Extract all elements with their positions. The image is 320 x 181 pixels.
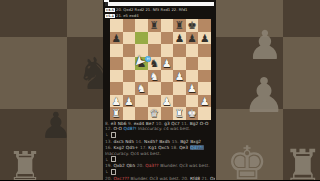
collapsed-variation-icon[interactable]: [111, 132, 117, 138]
shorts-video-frame: ♞♟♜♟♟♚♜ +4.5 20. Qxd2 Rxd2 21. Nf3 Rxd1 …: [0, 0, 320, 180]
board-square-h1[interactable]: [198, 107, 211, 120]
move-list-line: └: [105, 132, 215, 139]
board-square-b2[interactable]: ♟: [123, 95, 136, 108]
chess-piece-wp-e5[interactable]: ♟: [161, 57, 174, 70]
board-square-b5[interactable]: [123, 57, 136, 70]
board-square-f3[interactable]: [173, 82, 186, 95]
board-square-c1[interactable]: [135, 107, 148, 120]
move-token[interactable]: Nxd5?: [144, 139, 158, 144]
move-number: 20.: [137, 163, 144, 168]
board-square-d1[interactable]: ♛: [148, 107, 161, 120]
board-square-e3[interactable]: [161, 82, 174, 95]
chess-piece-wr-a1[interactable]: ♜: [110, 107, 123, 120]
move-token[interactable]: Nd5: [125, 139, 134, 144]
move-token[interactable]: Rfd8: [190, 176, 200, 180]
annotation-comment: Inaccuracy. c4 was best.: [138, 126, 190, 131]
annotation-comment: Blunder. Qc3 was best.: [131, 176, 180, 180]
board-square-g5[interactable]: [186, 57, 199, 70]
move-token[interactable]: Qxc7??: [113, 176, 129, 180]
chess-piece-wr-f1[interactable]: ♜: [173, 107, 186, 120]
evaluation-bar-black-share: [105, 2, 108, 6]
move-token[interactable]: Be7: [146, 121, 154, 126]
board-square-c5[interactable]: ♟: [135, 57, 148, 70]
move-token[interactable]: e3: [111, 121, 116, 126]
board-square-e6[interactable]: [161, 44, 174, 57]
chess-piece-bp-a7[interactable]: ♟: [110, 32, 123, 45]
board-square-h4[interactable]: [198, 70, 211, 83]
board-square-b6[interactable]: [123, 44, 136, 57]
move-number: 10.: [156, 121, 163, 126]
move-number: 11.: [181, 121, 188, 126]
move-list: 8.e3Nb69.exd4Be710.g3Qc711.Bg2O-O12.O-OQ…: [105, 121, 215, 181]
move-number: 14.: [136, 139, 143, 144]
chess-piece-wp-b2[interactable]: ♟: [123, 95, 136, 108]
collapsed-variation-icon[interactable]: [111, 156, 117, 162]
chess-piece-wk-g1[interactable]: ♚: [186, 107, 199, 120]
board-square-e5[interactable]: ♟: [161, 57, 174, 70]
board-square-e7[interactable]: [161, 32, 174, 45]
board-square-h7[interactable]: ♟: [198, 32, 211, 45]
move-token[interactable]: O-O: [113, 126, 122, 131]
board-square-h8[interactable]: [198, 19, 211, 32]
board-square-c6[interactable]: [135, 44, 148, 57]
board-square-h5[interactable]: [198, 57, 211, 70]
move-list-line: 16.Kxg2Qd5+17.Kg1Qxc518.Qe3Qd7?!: [105, 145, 215, 151]
board-square-d3[interactable]: [148, 82, 161, 95]
board-square-f2[interactable]: [173, 95, 186, 108]
move-number: 12.: [105, 126, 112, 131]
engine-eval-badge: +5.1: [105, 14, 115, 18]
chess-piece-wn-d4[interactable]: ♞: [148, 70, 161, 83]
board-square-h6[interactable]: [198, 44, 211, 57]
move-number: 9.: [128, 121, 132, 126]
board-square-a2[interactable]: ♟: [110, 95, 123, 108]
move-token[interactable]: Qd8?!: [124, 126, 137, 131]
chess-piece-br-f8[interactable]: ♜: [173, 19, 186, 32]
engine-eval-badge: +4.5: [105, 8, 115, 12]
move-list-line: └: [105, 169, 215, 176]
board-square-e8[interactable]: [161, 19, 174, 32]
move-token[interactable]: Bg2: [190, 121, 198, 126]
chess-piece-bp-g7[interactable]: ♟: [186, 32, 199, 45]
board-square-g7[interactable]: ♟: [186, 32, 199, 45]
chess-piece-bp-f7[interactable]: ♟: [173, 32, 186, 45]
move-number: 13.: [105, 139, 112, 144]
board-square-d8[interactable]: ♜: [148, 19, 161, 32]
collapsed-variation-icon[interactable]: [111, 169, 117, 175]
board-square-c8[interactable]: [135, 19, 148, 32]
board-square-g6[interactable]: [186, 44, 199, 57]
analysis-panel: +4.5 20. Qxd2 Rxd2 21. Nf3 Rxd1 22. Rfd1…: [103, 0, 216, 180]
engine-line-moves[interactable]: 20. Qxd2 Rxd2 21. Nf3 Rxd1 22. Rfd1: [116, 7, 187, 12]
board-square-f8[interactable]: ♜: [173, 19, 186, 32]
chess-piece-wp-a2[interactable]: ♟: [110, 95, 123, 108]
board-square-e2[interactable]: ♟: [161, 95, 174, 108]
move-token[interactable]: Bxg2: [190, 139, 201, 144]
move-number: 17.: [140, 145, 147, 150]
move-token[interactable]: Qxb5: [210, 176, 215, 180]
move-token[interactable]: Kg1: [148, 145, 156, 150]
move-token[interactable]: Bg2: [180, 139, 188, 144]
chess-piece-wp-g3[interactable]: ♟: [186, 82, 199, 95]
move-token[interactable]: Qxb2: [113, 163, 124, 168]
board-square-a3[interactable]: [110, 82, 123, 95]
chess-piece-bp-h7[interactable]: ♟: [198, 32, 211, 45]
engine-line-moves[interactable]: 21. e5 exd4: [116, 13, 139, 18]
board-square-c2[interactable]: [135, 95, 148, 108]
move-list-line: 20.Qxc7??Blunder. Qc3 was best.20.Rfd821…: [105, 176, 215, 180]
move-token[interactable]: Nb6: [118, 121, 127, 126]
board-square-f1[interactable]: ♜: [173, 107, 186, 120]
board-square-a6[interactable]: [110, 44, 123, 57]
move-number: 18.: [171, 145, 178, 150]
board-square-c7[interactable]: [135, 32, 148, 45]
move-token[interactable]: Qd7?!: [190, 145, 204, 150]
board-square-e4[interactable]: [161, 70, 174, 83]
move-token[interactable]: Qc7: [171, 121, 179, 126]
board-square-e1[interactable]: [161, 107, 174, 120]
move-token[interactable]: Qa3??: [145, 163, 158, 168]
board-square-g8[interactable]: ♚: [186, 19, 199, 32]
move-number: 19.: [105, 163, 112, 168]
board-square-c4[interactable]: [135, 70, 148, 83]
move-token[interactable]: dxc5: [113, 139, 123, 144]
board-square-f7[interactable]: ♟: [173, 32, 186, 45]
engine-line-2[interactable]: +5.1 21. e5 exd4: [105, 13, 214, 19]
board-square-g1[interactable]: ♚: [186, 107, 199, 120]
move-token[interactable]: Kxg2: [113, 145, 124, 150]
move-list-line: └: [105, 156, 215, 163]
board-square-h2[interactable]: ♟: [198, 95, 211, 108]
board-square-a4[interactable]: [110, 70, 123, 83]
board-square-b8[interactable]: [123, 19, 136, 32]
move-token[interactable]: exd4: [134, 121, 145, 126]
chess-board[interactable]: ♜♜♚♟♟♟♟♟♞♟♞♟♞♟♟♟♟♟♜♛♜♚: [110, 19, 211, 120]
board-square-f4[interactable]: ♟: [173, 70, 186, 83]
chess-piece-wp-f4[interactable]: ♟: [173, 70, 186, 83]
board-square-b1[interactable]: [123, 107, 136, 120]
board-square-a1[interactable]: ♜: [110, 107, 123, 120]
board-square-a7[interactable]: ♟: [110, 32, 123, 45]
move-number: └: [105, 170, 108, 175]
move-token[interactable]: g3: [164, 121, 169, 126]
evaluation-bar: [105, 2, 214, 6]
chess-piece-br-d8[interactable]: ♜: [148, 19, 161, 32]
board-square-a5[interactable]: [110, 57, 123, 70]
annotation-comment: Blunder. Qc3 was best.: [160, 163, 209, 168]
move-token[interactable]: Bxd5: [159, 139, 170, 144]
board-square-b7[interactable]: [123, 32, 136, 45]
board-square-b3[interactable]: [123, 82, 136, 95]
move-token[interactable]: Qxc5: [158, 145, 169, 150]
chess-piece-bp-c5[interactable]: ♟: [135, 57, 148, 70]
move-token[interactable]: O-O: [200, 121, 209, 126]
chess-piece-wn-c3[interactable]: ♞: [135, 82, 148, 95]
board-square-d2[interactable]: [148, 95, 161, 108]
board-square-c3[interactable]: ♞: [135, 82, 148, 95]
chess-piece-bn-d5[interactable]: ♞: [148, 57, 161, 70]
annotation-comment: Inaccuracy. Qc4 was best.: [105, 151, 161, 156]
board-square-a8[interactable]: [110, 19, 123, 32]
move-number: 16.: [105, 145, 112, 150]
board-square-f5[interactable]: [173, 57, 186, 70]
move-number: 15.: [172, 139, 179, 144]
board-square-g3[interactable]: ♟: [186, 82, 199, 95]
chess-piece-wp-h2[interactable]: ♟: [198, 95, 211, 108]
move-token[interactable]: Qd5+: [126, 145, 138, 150]
move-number: 20.: [105, 176, 112, 180]
board-square-g4[interactable]: [186, 70, 199, 83]
board-square-b4[interactable]: [123, 70, 136, 83]
move-token[interactable]: Qb5: [126, 163, 135, 168]
move-number: └: [105, 158, 108, 163]
move-token[interactable]: Qe3: [179, 145, 188, 150]
move-number: 20.: [181, 176, 188, 180]
board-square-f6[interactable]: [173, 44, 186, 57]
move-number: 8.: [105, 121, 109, 126]
move-number: └: [105, 133, 108, 138]
board-square-d5[interactable]: ♞: [148, 57, 161, 70]
move-number: 21.: [201, 176, 208, 180]
move-list-line: 19.Qxb2Qb520.Qa3??Blunder. Qc3 was best.: [105, 163, 215, 169]
board-square-d4[interactable]: ♞: [148, 70, 161, 83]
board-square-d7[interactable]: [148, 32, 161, 45]
chess-piece-wq-d1[interactable]: ♛: [148, 107, 161, 120]
board-square-d6[interactable]: [148, 44, 161, 57]
engine-line-1[interactable]: +4.5 20. Qxd2 Rxd2 21. Nf3 Rxd1 22. Rfd1: [105, 7, 214, 13]
chess-piece-wp-e2[interactable]: ♟: [161, 95, 174, 108]
board-square-h3[interactable]: [198, 82, 211, 95]
board-square-g2[interactable]: [186, 95, 199, 108]
chess-piece-bk-g8[interactable]: ♚: [186, 19, 199, 32]
